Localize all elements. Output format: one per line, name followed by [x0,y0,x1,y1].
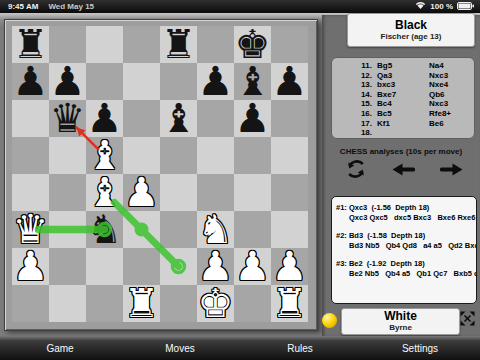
move-cell: 17. [332,119,372,129]
square-e5[interactable] [160,137,197,174]
piece-white-pawn-g2[interactable]: ♟ [234,248,271,285]
piece-white-king-f1[interactable]: ♚ [197,285,234,322]
move-cell: Be6 [429,119,474,129]
square-c1[interactable] [86,285,123,322]
move-cell: 13. [332,80,372,90]
move-cell: 16. [332,109,372,119]
square-h6[interactable] [271,100,308,137]
black-player-label: Black [395,19,427,32]
move-cell: 14. [332,90,372,100]
battery-icon [457,2,474,12]
fullscreen-button[interactable] [459,312,476,329]
square-h4[interactable] [271,174,308,211]
square-f6[interactable] [197,100,234,137]
piece-black-knight-c3[interactable]: ♞ [86,211,123,248]
chess-board[interactable]: ♜♜♚♟♟♟♝♟♛♟♝♟♝♝♟♛♞♞♟♟♟♟♜♚♜ [12,26,308,322]
piece-black-pawn-h7[interactable]: ♟ [271,63,308,100]
battery-percent: 100 % [430,2,453,11]
square-a5[interactable] [12,137,49,174]
analysis-panel: #1: Qxc3 (-1.56 Depth 18)Qxc3 Qxc5 dxc5 … [331,196,477,304]
square-g1[interactable] [234,285,271,322]
square-d8[interactable] [123,26,160,63]
square-b1[interactable] [49,285,86,322]
move-row[interactable]: 17.Kf1Be6 [332,119,474,129]
toolbar-item-settings[interactable]: Settings [360,343,480,354]
square-c2[interactable] [86,248,123,285]
analysis-line-header[interactable]: #1: Qxc3 (-1.56 Depth 18) [336,203,476,213]
square-d7[interactable] [123,63,160,100]
square-a1[interactable] [12,285,49,322]
move-cell: Rfe8+ [429,109,474,119]
piece-black-pawn-g6[interactable]: ♟ [234,100,271,137]
square-a6[interactable] [12,100,49,137]
square-b5[interactable] [49,137,86,174]
analysis-line-pv: Qxc3 Qxc5 dxc5 Bxc3 Bxe6 Rxe6 [349,213,476,223]
move-row[interactable]: 13.bxc3Nxe4 [332,80,474,90]
white-player-name: Byrne [389,323,412,333]
square-e1[interactable] [160,285,197,322]
status-bar: 9:45 AM Wed May 15 100 % [0,0,480,13]
toolbar-item-moves[interactable]: Moves [120,343,240,354]
move-cell: Qb6 [429,90,474,100]
move-row[interactable]: 14.Bxe7Qb6 [332,90,474,100]
move-row[interactable]: 15.Bc4Nxc3 [332,99,474,109]
previous-move-button[interactable] [391,163,417,178]
square-g4[interactable] [234,174,271,211]
square-b2[interactable] [49,248,86,285]
analysis-line-header[interactable]: #3: Be2 (-1.92 Depth 18) [336,259,476,269]
move-cell: 12. [332,71,372,81]
toolbar-item-game[interactable]: Game [0,343,120,354]
square-b4[interactable] [49,174,86,211]
white-player-box: White Byrne [341,308,460,335]
piece-black-bishop-e6[interactable]: ♝ [160,100,197,137]
move-cell: Kf1 [377,119,429,129]
move-cell: Nxe4 [429,80,474,90]
toolbar-item-rules[interactable]: Rules [240,343,360,354]
move-cell: bxc3 [377,80,429,90]
move-cell [377,128,429,138]
left-arrow-icon [392,162,416,180]
piece-white-pawn-d4[interactable]: ♟ [123,174,160,211]
square-h5[interactable] [271,137,308,174]
move-cell: Nxc3 [429,99,474,109]
move-cell: Qa3 [377,71,429,81]
wifi-icon [415,1,426,12]
right-arrow-icon [439,162,463,180]
expand-icon [460,311,475,330]
square-g5[interactable] [234,137,271,174]
square-c8[interactable] [86,26,123,63]
cycle-icon [345,158,367,184]
clock: 9:45 AM [8,2,38,11]
black-player-name: Fischer (age 13) [381,32,442,42]
piece-white-rook-d1[interactable]: ♜ [123,285,160,322]
move-cell: Bc5 [377,109,429,119]
piece-white-pawn-a2[interactable]: ♟ [12,248,49,285]
square-e3[interactable] [160,211,197,248]
square-e4[interactable] [160,174,197,211]
black-player-box: Black Fischer (age 13) [347,13,475,47]
square-e2[interactable] [160,248,197,285]
move-cell: 18. [332,128,372,138]
move-cell: 15. [332,99,372,109]
move-row[interactable]: 18. [332,128,474,138]
move-cell: Bc4 [377,99,429,109]
square-f5[interactable] [197,137,234,174]
date: Wed May 15 [48,2,94,11]
move-row[interactable]: 12.Qa3Nxc3 [332,71,474,81]
piece-black-rook-e8[interactable]: ♜ [160,26,197,63]
turn-indicator-yellow-ball [322,313,337,328]
analysis-heading: CHESS analyses (10s per move) [322,147,480,156]
move-cell: Nxc3 [429,71,474,81]
move-cell: Na4 [429,61,474,71]
analysis-line-header[interactable]: #2: Bd3 (-1.58 Depth 18) [336,231,476,241]
refresh-analysis-button[interactable] [344,159,368,183]
move-row[interactable]: 16.Bc5Rfe8+ [332,109,474,119]
move-cell: Bxe7 [377,90,429,100]
square-d6[interactable] [123,100,160,137]
analysis-line-pv: Bd3 Nb5 Qb4 Qd8 a4 a5 Qd2 Bxc [349,241,476,251]
analysis-line-pv: Be2 Nb5 Qb4 a5 Qb1 Qc7 Bxb5 c [349,269,476,279]
move-cell: 11. [332,61,372,71]
next-move-button[interactable] [438,163,464,178]
move-row[interactable]: 11.Bg5Na4 [332,61,474,71]
move-list[interactable]: 11.Bg5Na412.Qa3Nxc313.bxc3Nxe414.Bxe7Qb6… [331,57,475,139]
bottom-toolbar: GameMovesRulesSettings [0,336,480,360]
square-b3[interactable] [49,211,86,248]
white-player-label: White [384,310,417,323]
move-cell [429,128,474,138]
piece-white-rook-h1[interactable]: ♜ [271,285,308,322]
move-cell: Bg5 [377,61,429,71]
piece-black-pawn-a7[interactable]: ♟ [12,63,49,100]
piece-black-pawn-f7[interactable]: ♟ [197,63,234,100]
piece-black-queen-b6[interactable]: ♛ [49,100,86,137]
square-d3[interactable] [123,211,160,248]
